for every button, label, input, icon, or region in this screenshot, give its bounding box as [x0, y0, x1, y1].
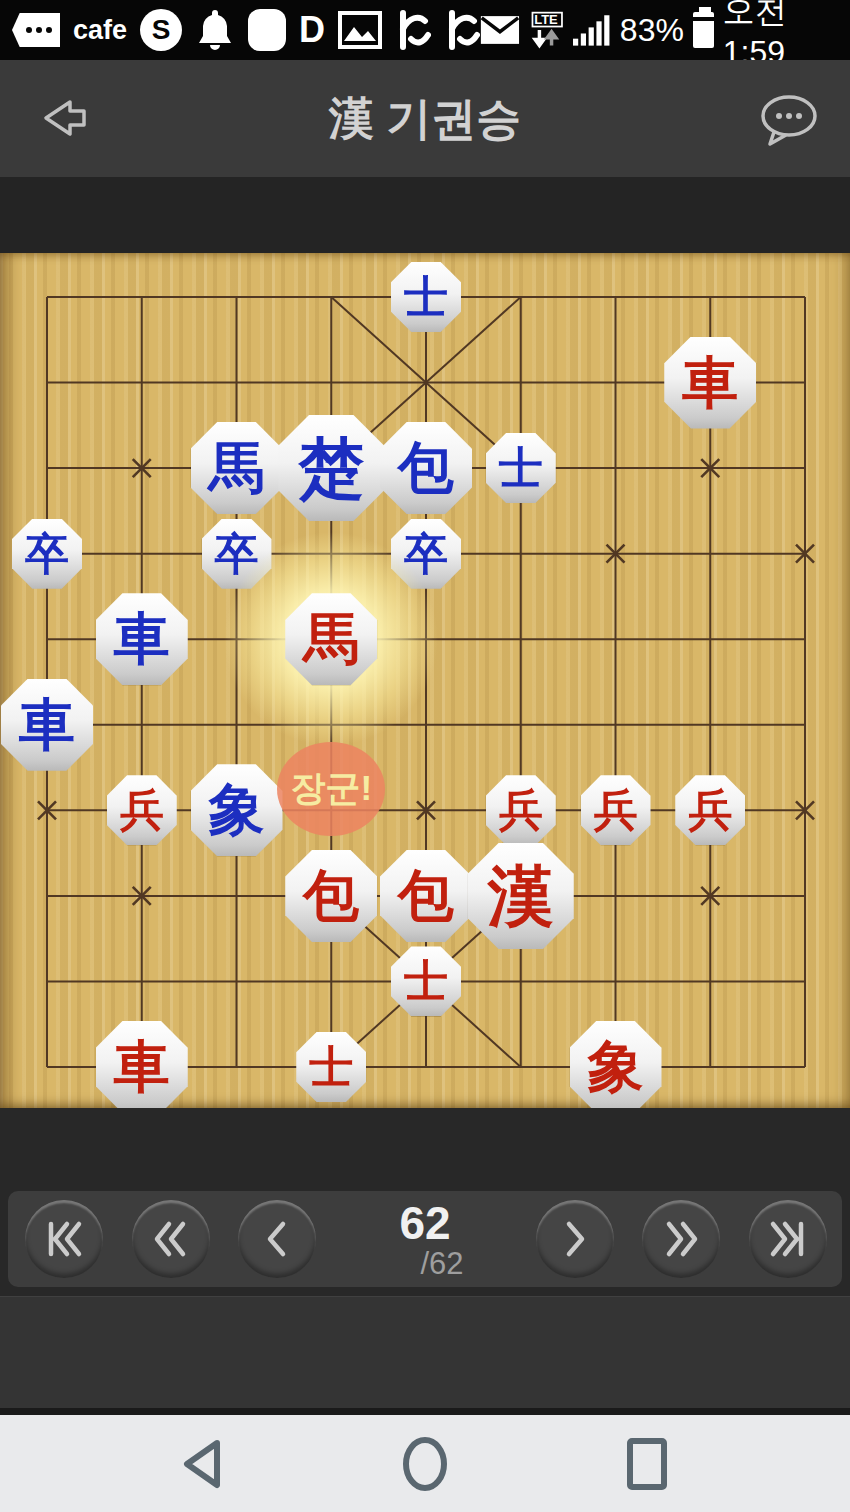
piece-blue-jol: 卒 [202, 519, 272, 589]
skip-end-icon [764, 1215, 812, 1263]
piece-blue-cha: 車 [1, 679, 93, 771]
total-move-number: /62 [355, 1246, 495, 1282]
android-nav-bar [0, 1415, 850, 1512]
current-move-number: 62 [355, 1196, 495, 1250]
mail-icon [480, 13, 520, 47]
piece-red-sa: 士 [296, 1032, 366, 1102]
piece-red-byeong: 兵 [107, 775, 177, 845]
header-lower-strip [0, 177, 850, 253]
janggi-app-screen: cafe S D LTE 83% 오전 1:59 漢 기권승 士車馬楚包士卒卒卒… [0, 0, 850, 1512]
move-counter: 62 /62 [355, 1196, 495, 1282]
app-glyph-icon [395, 9, 431, 51]
fast-forward-icon [657, 1215, 705, 1263]
skip-start-button[interactable] [25, 1200, 103, 1278]
forward-icon [551, 1215, 599, 1263]
cafe-notification-label: cafe [73, 15, 127, 46]
page-title: 漢 기권승 [0, 89, 850, 149]
bell-icon [195, 8, 235, 52]
signal-bars-icon [573, 10, 611, 50]
gallery-icon [338, 11, 382, 49]
piece-red-sang: 象 [570, 1021, 662, 1113]
forward-button[interactable] [536, 1200, 614, 1278]
player-info-bar: 楚 53.0점 18급 지만초이 검토 63.5점 13급 엿드세요 漢 [0, 1296, 850, 1408]
recents-square-icon[interactable] [621, 1437, 673, 1491]
android-status-bar: cafe S D LTE 83% 오전 1:59 [0, 0, 850, 60]
battery-percent: 83% [620, 12, 684, 49]
piece-red-byeong: 兵 [581, 775, 651, 845]
home-circle-icon[interactable] [399, 1437, 451, 1491]
check-badge: 장군! [277, 742, 385, 836]
d-app-icon: D [299, 9, 325, 51]
battery-icon [693, 12, 714, 48]
rounded-square-icon [248, 9, 286, 51]
piece-red-po: 包 [285, 850, 377, 942]
skip-end-button[interactable] [749, 1200, 827, 1278]
back-button[interactable] [238, 1200, 316, 1278]
chat-bubble-icon[interactable] [758, 92, 820, 148]
piece-red-byeong: 兵 [486, 775, 556, 845]
janggi-board[interactable]: 士車馬楚包士卒卒卒車馬車兵象兵兵兵包包漢士車士象 장군! [0, 253, 850, 1108]
back-icon [253, 1215, 301, 1263]
fast-back-icon [147, 1215, 195, 1263]
piece-red-byeong: 兵 [675, 775, 745, 845]
back-triangle-icon[interactable] [177, 1437, 229, 1491]
piece-red-ma: 馬 [285, 593, 377, 685]
piece-blue-cha: 車 [96, 593, 188, 685]
piece-blue-ma: 馬 [191, 422, 283, 514]
piece-blue-po: 包 [380, 422, 472, 514]
back-arrow-icon[interactable] [32, 88, 92, 148]
fast-back-button[interactable] [132, 1200, 210, 1278]
fast-forward-button[interactable] [642, 1200, 720, 1278]
piece-red-cha: 車 [664, 337, 756, 429]
piece-blue-jol: 卒 [391, 519, 461, 589]
piece-red-general-han: 漢 [468, 843, 574, 949]
piece-blue-general-cho: 楚 [278, 415, 384, 521]
piece-red-cha: 車 [96, 1021, 188, 1113]
piece-red-po: 包 [380, 850, 472, 942]
app-glyph-icon [444, 9, 480, 51]
nav-divider [0, 1408, 850, 1415]
piece-blue-sa: 士 [486, 433, 556, 503]
s-badge-icon: S [140, 9, 182, 51]
status-notification-icons: cafe S D [0, 8, 480, 52]
chat-bubble-dots-icon [12, 13, 60, 47]
piece-blue-sang: 象 [191, 764, 283, 856]
skip-start-icon [40, 1215, 88, 1263]
lte-icon: LTE [529, 8, 564, 52]
piece-blue-sa: 士 [391, 262, 461, 332]
piece-blue-jol: 卒 [12, 519, 82, 589]
piece-red-sa: 士 [391, 946, 461, 1016]
svg-text:LTE: LTE [534, 12, 558, 27]
app-header: 漢 기권승 [0, 60, 850, 177]
